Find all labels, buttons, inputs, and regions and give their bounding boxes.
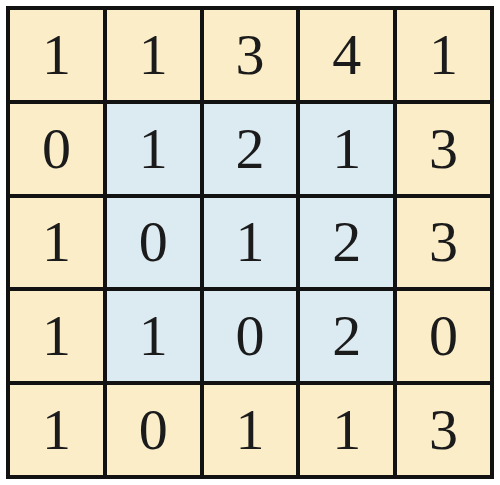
grid-cell-r1c4: 4	[300, 10, 393, 100]
grid-cell-r5c4: 1	[300, 385, 393, 475]
grid-cell-r1c1: 1	[10, 10, 103, 100]
grid-cell-r3c3: 1	[204, 198, 297, 288]
grid-cell-r4c1: 1	[10, 291, 103, 381]
grid-cell-r4c3: 0	[204, 291, 297, 381]
grid-cell-r4c4: 2	[300, 291, 393, 381]
grid-cell-r5c2: 0	[107, 385, 200, 475]
grid-cell-r1c2: 1	[107, 10, 200, 100]
grid-cell-r3c2: 0	[107, 198, 200, 288]
grid-cell-r4c2: 1	[107, 291, 200, 381]
grid-cell-r1c3: 3	[204, 10, 297, 100]
grid-cell-r1c5: 1	[397, 10, 490, 100]
grid-cell-r5c1: 1	[10, 385, 103, 475]
grid-cell-r3c1: 1	[10, 198, 103, 288]
grid-cell-r2c4: 1	[300, 104, 393, 194]
puzzle-board: 1134101213101231102010113	[6, 6, 494, 479]
grid-cell-r5c5: 3	[397, 385, 490, 475]
grid-cell-r3c4: 2	[300, 198, 393, 288]
grid-cell-r5c3: 1	[204, 385, 297, 475]
grid-cell-r2c2: 1	[107, 104, 200, 194]
grid-cell-r4c5: 0	[397, 291, 490, 381]
grid-cell-r3c5: 3	[397, 198, 490, 288]
grid-cell-r2c1: 0	[10, 104, 103, 194]
grid-cell-r2c3: 2	[204, 104, 297, 194]
grid-cell-r2c5: 3	[397, 104, 490, 194]
